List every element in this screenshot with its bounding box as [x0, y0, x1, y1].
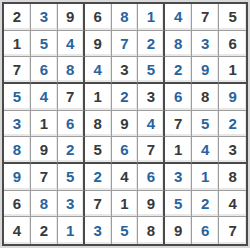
cell-r9c3[interactable]: 1: [58, 217, 85, 244]
cell-r9c6[interactable]: 8: [138, 217, 165, 244]
cell-r7c1[interactable]: 9: [4, 164, 31, 191]
cell-r2c9[interactable]: 6: [219, 31, 246, 58]
cell-r4c6[interactable]: 3: [138, 84, 165, 111]
cell-r3c9[interactable]: 1: [219, 57, 246, 84]
cell-r7c7[interactable]: 3: [165, 164, 192, 191]
cell-r2c7[interactable]: 8: [165, 31, 192, 58]
cell-r9c1[interactable]: 4: [4, 217, 31, 244]
sudoku-board: 2396814751549728367684352915471236893168…: [2, 2, 248, 246]
cell-r5c6[interactable]: 4: [138, 111, 165, 138]
cell-r9c8[interactable]: 6: [192, 217, 219, 244]
cell-r1c4[interactable]: 6: [85, 4, 112, 31]
cell-r2c1[interactable]: 1: [4, 31, 31, 58]
cell-r9c5[interactable]: 5: [112, 217, 139, 244]
cell-r1c6[interactable]: 1: [138, 4, 165, 31]
cell-r1c5[interactable]: 8: [112, 4, 139, 31]
cell-r6c2[interactable]: 9: [31, 137, 58, 164]
cell-r6c5[interactable]: 6: [112, 137, 139, 164]
cell-r4c8[interactable]: 8: [192, 84, 219, 111]
cell-r5c2[interactable]: 1: [31, 111, 58, 138]
cell-r1c8[interactable]: 7: [192, 4, 219, 31]
cell-r3c6[interactable]: 5: [138, 57, 165, 84]
cell-r9c2[interactable]: 2: [31, 217, 58, 244]
cell-r2c5[interactable]: 7: [112, 31, 139, 58]
cell-r4c3[interactable]: 7: [58, 84, 85, 111]
cell-r7c4[interactable]: 2: [85, 164, 112, 191]
cell-r4c5[interactable]: 2: [112, 84, 139, 111]
cell-r4c7[interactable]: 6: [165, 84, 192, 111]
cell-r2c8[interactable]: 3: [192, 31, 219, 58]
cell-r7c3[interactable]: 5: [58, 164, 85, 191]
cell-r4c9[interactable]: 9: [219, 84, 246, 111]
cell-r4c1[interactable]: 5: [4, 84, 31, 111]
cell-r6c3[interactable]: 2: [58, 137, 85, 164]
cell-r1c7[interactable]: 4: [165, 4, 192, 31]
cell-r8c3[interactable]: 3: [58, 191, 85, 218]
cell-r7c6[interactable]: 6: [138, 164, 165, 191]
cell-r3c1[interactable]: 7: [4, 57, 31, 84]
cell-r5c8[interactable]: 5: [192, 111, 219, 138]
cell-r3c2[interactable]: 6: [31, 57, 58, 84]
cell-r9c9[interactable]: 7: [219, 217, 246, 244]
cell-r1c9[interactable]: 5: [219, 4, 246, 31]
cell-r2c6[interactable]: 2: [138, 31, 165, 58]
cell-r3c7[interactable]: 2: [165, 57, 192, 84]
cell-r7c9[interactable]: 8: [219, 164, 246, 191]
cell-r3c4[interactable]: 4: [85, 57, 112, 84]
cell-r6c6[interactable]: 7: [138, 137, 165, 164]
cell-r8c2[interactable]: 8: [31, 191, 58, 218]
cell-r3c5[interactable]: 3: [112, 57, 139, 84]
cell-r8c5[interactable]: 1: [112, 191, 139, 218]
cell-r8c4[interactable]: 7: [85, 191, 112, 218]
cell-r5c5[interactable]: 9: [112, 111, 139, 138]
cell-r7c2[interactable]: 7: [31, 164, 58, 191]
cell-r6c7[interactable]: 1: [165, 137, 192, 164]
cell-r9c4[interactable]: 3: [85, 217, 112, 244]
cell-r5c3[interactable]: 6: [58, 111, 85, 138]
cell-r9c7[interactable]: 9: [165, 217, 192, 244]
cell-r2c2[interactable]: 5: [31, 31, 58, 58]
cell-r4c4[interactable]: 1: [85, 84, 112, 111]
cell-r2c3[interactable]: 4: [58, 31, 85, 58]
cell-r3c3[interactable]: 8: [58, 57, 85, 84]
cell-r1c2[interactable]: 3: [31, 4, 58, 31]
cell-r6c4[interactable]: 5: [85, 137, 112, 164]
cell-r8c6[interactable]: 9: [138, 191, 165, 218]
cell-r5c4[interactable]: 8: [85, 111, 112, 138]
cell-r8c9[interactable]: 4: [219, 191, 246, 218]
cell-r2c4[interactable]: 9: [85, 31, 112, 58]
cell-r5c7[interactable]: 7: [165, 111, 192, 138]
cell-r4c2[interactable]: 4: [31, 84, 58, 111]
cell-r3c8[interactable]: 9: [192, 57, 219, 84]
cell-r1c3[interactable]: 9: [58, 4, 85, 31]
cell-r8c7[interactable]: 5: [165, 191, 192, 218]
cell-r7c8[interactable]: 1: [192, 164, 219, 191]
cell-r5c1[interactable]: 3: [4, 111, 31, 138]
cell-r6c1[interactable]: 8: [4, 137, 31, 164]
cell-r8c1[interactable]: 6: [4, 191, 31, 218]
cell-r7c5[interactable]: 4: [112, 164, 139, 191]
cell-r8c8[interactable]: 2: [192, 191, 219, 218]
cell-r6c9[interactable]: 3: [219, 137, 246, 164]
cell-r6c8[interactable]: 4: [192, 137, 219, 164]
cell-r1c1[interactable]: 2: [4, 4, 31, 31]
cell-r5c9[interactable]: 2: [219, 111, 246, 138]
